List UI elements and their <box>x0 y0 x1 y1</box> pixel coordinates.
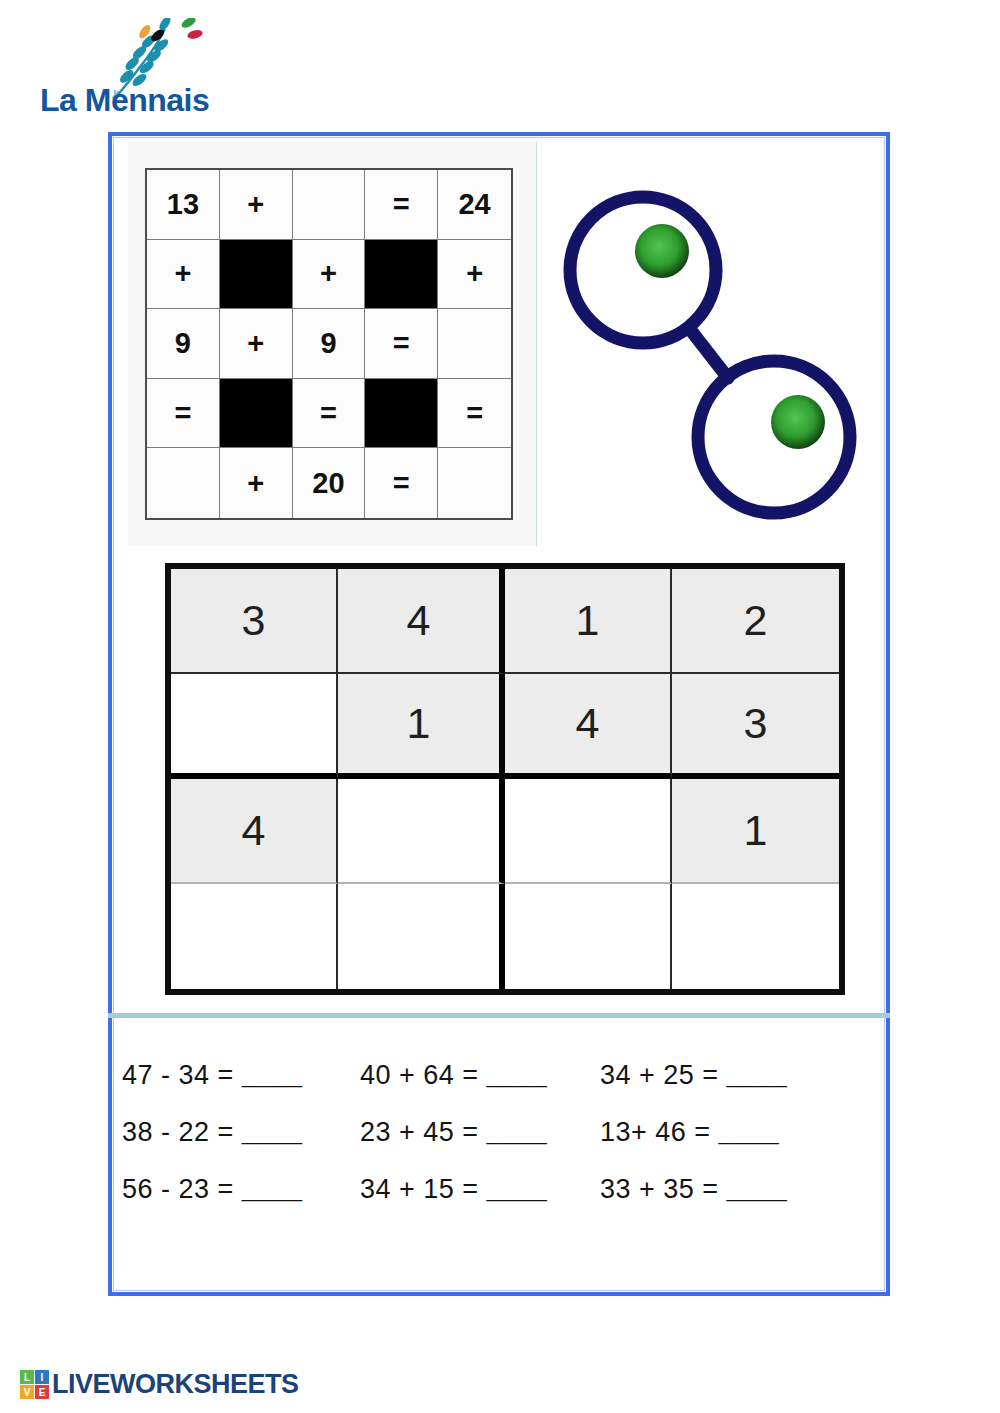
math-problem: 34 + 25 =____ <box>600 1060 862 1117</box>
math-problem: 13+ 46 =____ <box>600 1117 862 1174</box>
crossword-given-cell: = <box>293 379 366 449</box>
crossword-black-cell <box>365 240 438 310</box>
math-problem: 47 - 34 =____ <box>122 1060 360 1117</box>
green-marble-bottom <box>771 395 825 449</box>
crossword-given-cell: = <box>365 170 438 240</box>
crossword-answer-cell[interactable] <box>438 309 511 379</box>
crossword-given-cell: = <box>438 379 511 449</box>
liveworksheets-icon-square-l: L <box>20 1370 34 1384</box>
crossword-given-cell: + <box>220 170 293 240</box>
sudoku-given-cell: 3 <box>672 674 839 779</box>
sudoku-grid-4x4: 341214341 <box>165 563 845 995</box>
worksheet-panel: 13+=24+++9+9====+20= 341214341 47 - 34 =… <box>108 132 890 1296</box>
crossword-answer-cell[interactable] <box>293 170 366 240</box>
sudoku-empty-cell[interactable] <box>505 884 672 989</box>
math-problem: 56 - 23 =____ <box>122 1174 360 1231</box>
answer-blank[interactable]: ____ <box>242 1117 302 1148</box>
math-problem: 40 + 64 =____ <box>360 1060 600 1117</box>
math-problem: 38 - 22 =____ <box>122 1117 360 1174</box>
crossword-given-cell: = <box>147 379 220 449</box>
problem-expression: 34 + 25 = <box>600 1060 719 1091</box>
math-problem: 23 + 45 =____ <box>360 1117 600 1174</box>
problem-expression: 13+ 46 = <box>600 1117 711 1148</box>
math-problem: 33 + 35 =____ <box>600 1174 862 1231</box>
sudoku-empty-cell[interactable] <box>338 779 505 884</box>
sudoku-given-cell: 4 <box>338 569 505 674</box>
crossword-given-cell: 24 <box>438 170 511 240</box>
liveworksheets-icon-square-i: I <box>35 1370 49 1384</box>
sudoku-empty-cell[interactable] <box>171 674 338 779</box>
crossword-answer-cell[interactable] <box>438 448 511 518</box>
problem-expression: 40 + 64 = <box>360 1060 479 1091</box>
answer-blank[interactable]: ____ <box>242 1174 302 1205</box>
answer-blank[interactable]: ____ <box>242 1060 302 1091</box>
sudoku-given-cell: 3 <box>171 569 338 674</box>
answer-blank[interactable]: ____ <box>727 1174 787 1205</box>
crossword-given-cell: = <box>365 309 438 379</box>
problem-expression: 56 - 23 = <box>122 1174 234 1205</box>
liveworksheets-icon-square-v: V <box>20 1385 34 1399</box>
crossword-given-cell: = <box>365 448 438 518</box>
crossword-given-cell: + <box>220 309 293 379</box>
answer-blank[interactable]: ____ <box>487 1117 547 1148</box>
liveworksheets-icon-square-e: E <box>35 1385 49 1399</box>
liveworksheets-icon: LIVE <box>20 1370 49 1399</box>
sudoku-given-cell: 1 <box>338 674 505 779</box>
sudoku-given-cell: 4 <box>505 674 672 779</box>
ring-bottom-right <box>698 361 850 513</box>
crossword-given-cell: + <box>220 448 293 518</box>
sudoku-given-cell: 1 <box>505 569 672 674</box>
crossword-black-cell <box>220 240 293 310</box>
crossword-given-cell: 9 <box>293 309 366 379</box>
sudoku-given-cell: 4 <box>171 779 338 884</box>
crossword-given-cell: + <box>293 240 366 310</box>
logo-wordmark: La Mennais <box>40 82 209 119</box>
problem-expression: 23 + 45 = <box>360 1117 479 1148</box>
sudoku-empty-cell[interactable] <box>171 884 338 989</box>
math-problem: 34 + 15 =____ <box>360 1174 600 1231</box>
liveworksheets-footer: LIVE LIVEWORKSHEETS <box>20 1369 299 1400</box>
crossword-given-cell: 20 <box>293 448 366 518</box>
answer-blank[interactable]: ____ <box>719 1117 779 1148</box>
crossword-given-cell: + <box>438 240 511 310</box>
sudoku-empty-cell[interactable] <box>672 884 839 989</box>
section-divider-line <box>108 1013 890 1018</box>
green-marble-top <box>635 224 689 278</box>
problem-expression: 33 + 35 = <box>600 1174 719 1205</box>
crossword-black-cell <box>220 379 293 449</box>
answer-blank[interactable]: ____ <box>487 1174 547 1205</box>
math-crossword-grid: 13+=24+++9+9====+20= <box>145 168 513 520</box>
liveworksheets-wordmark: LIVEWORKSHEETS <box>52 1369 299 1400</box>
crossword-given-cell: 9 <box>147 309 220 379</box>
la-mennais-logo: La Mennais <box>40 18 260 130</box>
arithmetic-problems: 47 - 34 =____40 + 64 =____34 + 25 =____3… <box>122 1060 862 1231</box>
crossword-answer-cell[interactable] <box>147 448 220 518</box>
linked-rings-illustration <box>548 150 896 552</box>
problem-expression: 38 - 22 = <box>122 1117 234 1148</box>
problem-expression: 34 + 15 = <box>360 1174 479 1205</box>
math-crossword-image: 13+=24+++9+9====+20= <box>128 142 537 546</box>
answer-blank[interactable]: ____ <box>727 1060 787 1091</box>
sudoku-given-cell: 2 <box>672 569 839 674</box>
crossword-black-cell <box>365 379 438 449</box>
sudoku-empty-cell[interactable] <box>338 884 505 989</box>
sudoku-empty-cell[interactable] <box>505 779 672 884</box>
problem-expression: 47 - 34 = <box>122 1060 234 1091</box>
crossword-given-cell: + <box>147 240 220 310</box>
sudoku-given-cell: 1 <box>672 779 839 884</box>
crossword-given-cell: 13 <box>147 170 220 240</box>
answer-blank[interactable]: ____ <box>487 1060 547 1091</box>
